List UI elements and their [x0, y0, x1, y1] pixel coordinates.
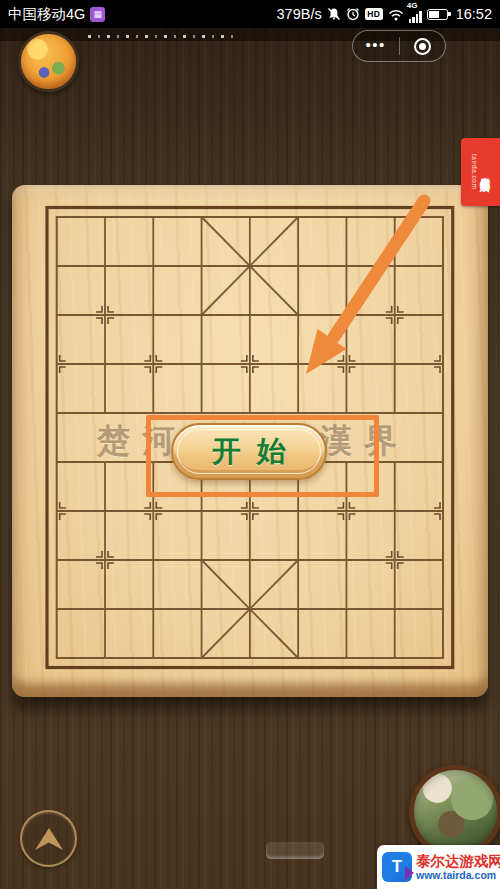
tairda-logo-icon: T: [382, 852, 412, 882]
corner-watermark: T 泰尔达游戏网 www.tairda.com: [377, 845, 500, 889]
battery-icon: [427, 9, 448, 20]
signal-bars-icon: 4G: [409, 5, 422, 23]
side-watermark-url: tairda.com: [471, 154, 478, 189]
mute-icon: [327, 7, 341, 21]
scroll-up-button[interactable]: [20, 810, 77, 867]
watermark-site-name: 泰尔达游戏网: [416, 853, 500, 870]
sim-badge-icon: ▦: [90, 7, 105, 22]
carrier-label: 中国移动4G: [8, 5, 85, 24]
capsule-exit-button[interactable]: [400, 31, 446, 61]
faint-pill: [266, 842, 324, 859]
avatar[interactable]: [18, 31, 79, 92]
clipped-title-text: [88, 35, 238, 38]
chevron-up-icon: [33, 825, 65, 853]
clock-label: 16:52: [456, 6, 492, 22]
miniprogram-capsule: •••: [352, 30, 446, 62]
network-speed-label: 379B/s: [277, 6, 322, 22]
start-button[interactable]: 开始: [171, 423, 327, 480]
app-screen: 中国移动4G ▦ 379B/s HD 4G: [0, 0, 500, 889]
signal-type-label: 4G: [407, 1, 418, 10]
capsule-menu-button[interactable]: •••: [353, 31, 399, 61]
start-button-label: 开始: [196, 432, 302, 472]
wifi-icon: [388, 8, 404, 21]
alarm-clock-icon: [346, 7, 360, 21]
ellipsis-menu-icon: •••: [366, 37, 386, 56]
watermark-site-url: www.tairda.com: [416, 869, 500, 881]
side-watermark-name: 泰尔达小游戏: [480, 169, 491, 175]
hd-icon: HD: [365, 8, 383, 20]
status-bar: 中国移动4G ▦ 379B/s HD 4G: [0, 0, 500, 28]
side-watermark-banner: tairda.com 泰尔达小游戏: [461, 138, 500, 206]
exit-circle-icon: [414, 38, 431, 55]
